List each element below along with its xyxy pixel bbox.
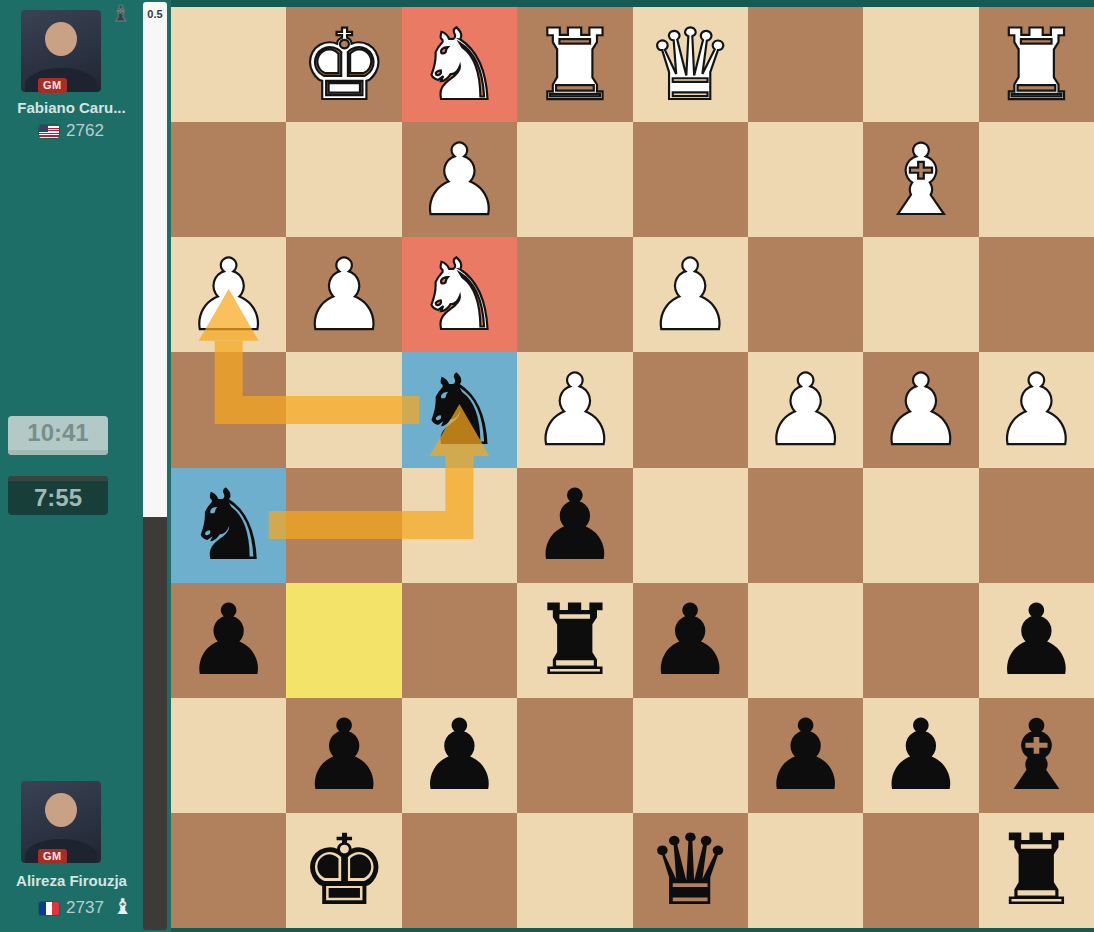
- square-h1[interactable]: [171, 7, 286, 122]
- black-pawn[interactable]: ♟︎: [877, 706, 965, 804]
- black-pawn[interactable]: ♟︎: [531, 476, 619, 574]
- bottom-player-rating: 2737: [66, 898, 104, 918]
- black-pawn[interactable]: ♟︎: [992, 591, 1080, 689]
- top-clock-progress-track: [8, 450, 108, 455]
- square-e4[interactable]: ♟︎: [517, 352, 632, 467]
- square-a5[interactable]: [979, 468, 1094, 583]
- bottom-clock-progress-track: [8, 476, 108, 481]
- white-pawn[interactable]: ♟︎: [300, 246, 388, 344]
- square-d1[interactable]: ♛: [633, 7, 748, 122]
- white-pawn[interactable]: ♟︎: [531, 361, 619, 459]
- square-e1[interactable]: ♜: [517, 7, 632, 122]
- square-d6[interactable]: ♟︎: [633, 583, 748, 698]
- chess-board[interactable]: ♚♞♜♛♜♟︎♝♟︎♟︎♞♟︎♞♟︎♟︎♟︎♟︎♞♟︎♟︎♜♟︎♟︎♟︎♟︎♟︎…: [171, 7, 1094, 928]
- square-a1[interactable]: ♜: [979, 7, 1094, 122]
- square-c2[interactable]: [748, 122, 863, 237]
- square-b7[interactable]: ♟︎: [863, 698, 978, 813]
- square-a4[interactable]: ♟︎: [979, 352, 1094, 467]
- square-d7[interactable]: [633, 698, 748, 813]
- top-clock-time: 10:41: [8, 416, 108, 450]
- black-pawn[interactable]: ♟︎: [646, 591, 734, 689]
- captured-white-bishop-icon: ♝: [113, 896, 133, 918]
- white-queen[interactable]: ♛: [646, 16, 734, 114]
- square-a6[interactable]: ♟︎: [979, 583, 1094, 698]
- square-c8[interactable]: [748, 813, 863, 928]
- white-rook[interactable]: ♜: [992, 16, 1080, 114]
- square-d8[interactable]: ♛: [633, 813, 748, 928]
- white-pawn[interactable]: ♟︎: [762, 361, 850, 459]
- square-c7[interactable]: ♟︎: [748, 698, 863, 813]
- square-d3[interactable]: ♟︎: [633, 237, 748, 352]
- square-f7[interactable]: ♟︎: [402, 698, 517, 813]
- square-e5[interactable]: ♟︎: [517, 468, 632, 583]
- square-a8[interactable]: ♜: [979, 813, 1094, 928]
- square-d4[interactable]: [633, 352, 748, 467]
- square-d5[interactable]: [633, 468, 748, 583]
- square-b1[interactable]: [863, 7, 978, 122]
- square-d2[interactable]: [633, 122, 748, 237]
- square-h2[interactable]: [171, 122, 286, 237]
- square-f5[interactable]: [402, 468, 517, 583]
- white-knight[interactable]: ♞: [416, 16, 504, 114]
- square-c5[interactable]: [748, 468, 863, 583]
- square-g2[interactable]: [286, 122, 401, 237]
- black-bishop[interactable]: ♝: [992, 706, 1080, 804]
- top-player-clock: 10:41: [8, 416, 108, 455]
- square-e6[interactable]: ♜: [517, 583, 632, 698]
- black-pawn[interactable]: ♟︎: [300, 706, 388, 804]
- black-knight[interactable]: ♞: [185, 476, 273, 574]
- bottom-player-clock: 7:55: [8, 476, 108, 515]
- square-f4[interactable]: ♞: [402, 352, 517, 467]
- white-pawn[interactable]: ♟︎: [877, 361, 965, 459]
- square-a7[interactable]: ♝: [979, 698, 1094, 813]
- top-player-name[interactable]: Fabiano Caru...: [0, 99, 143, 116]
- square-e2[interactable]: [517, 122, 632, 237]
- white-knight[interactable]: ♞: [416, 246, 504, 344]
- square-h5[interactable]: ♞: [171, 468, 286, 583]
- evaluation-bar: 0.5: [143, 2, 167, 930]
- white-pawn[interactable]: ♟︎: [185, 246, 273, 344]
- square-b3[interactable]: [863, 237, 978, 352]
- board-zone: ♚♞♜♛♜♟︎♝♟︎♟︎♞♟︎♞♟︎♟︎♟︎♟︎♞♟︎♟︎♜♟︎♟︎♟︎♟︎♟︎…: [171, 0, 1094, 932]
- square-h8[interactable]: [171, 813, 286, 928]
- bottom-clock-time: 7:55: [8, 476, 108, 515]
- avatar-silhouette: [45, 793, 77, 827]
- square-f8[interactable]: [402, 813, 517, 928]
- square-c3[interactable]: [748, 237, 863, 352]
- square-h3[interactable]: ♟︎: [171, 237, 286, 352]
- black-knight[interactable]: ♞: [416, 361, 504, 459]
- black-rook[interactable]: ♜: [531, 591, 619, 689]
- square-b4[interactable]: ♟︎: [863, 352, 978, 467]
- square-b8[interactable]: [863, 813, 978, 928]
- square-h7[interactable]: [171, 698, 286, 813]
- avatar-silhouette: [45, 22, 77, 56]
- black-pawn[interactable]: ♟︎: [185, 591, 273, 689]
- square-b6[interactable]: [863, 583, 978, 698]
- square-h6[interactable]: ♟︎: [171, 583, 286, 698]
- white-pawn[interactable]: ♟︎: [416, 131, 504, 229]
- square-g3[interactable]: ♟︎: [286, 237, 401, 352]
- bottom-player-name[interactable]: Alireza Firouzja: [0, 872, 143, 889]
- square-c1[interactable]: [748, 7, 863, 122]
- square-e8[interactable]: [517, 813, 632, 928]
- white-bishop[interactable]: ♝: [877, 131, 965, 229]
- square-g8[interactable]: ♚: [286, 813, 401, 928]
- square-a3[interactable]: [979, 237, 1094, 352]
- square-b5[interactable]: [863, 468, 978, 583]
- black-queen[interactable]: ♛: [646, 821, 734, 919]
- black-pawn[interactable]: ♟︎: [762, 706, 850, 804]
- black-king[interactable]: ♚: [300, 821, 388, 919]
- square-f3[interactable]: ♞: [402, 237, 517, 352]
- square-f1[interactable]: ♞: [402, 7, 517, 122]
- square-a2[interactable]: [979, 122, 1094, 237]
- top-player-rating-row: 2762: [0, 121, 143, 141]
- black-rook[interactable]: ♜: [992, 821, 1080, 919]
- square-b2[interactable]: ♝: [863, 122, 978, 237]
- square-e7[interactable]: [517, 698, 632, 813]
- square-g7[interactable]: ♟︎: [286, 698, 401, 813]
- white-rook[interactable]: ♜: [531, 16, 619, 114]
- france-flag-icon: [39, 902, 59, 915]
- square-c6[interactable]: [748, 583, 863, 698]
- top-player-rating: 2762: [66, 121, 104, 141]
- players-panel: GM Fabiano Caru... 2762 ♝ 10:41 7:55 GM …: [0, 0, 143, 932]
- square-c4[interactable]: ♟︎: [748, 352, 863, 467]
- square-g5[interactable]: [286, 468, 401, 583]
- gm-title-badge: GM: [38, 849, 67, 864]
- square-g1[interactable]: ♚: [286, 7, 401, 122]
- black-pawn[interactable]: ♟︎: [416, 706, 504, 804]
- captured-black-bishop-icon: ♝: [111, 3, 131, 25]
- square-f6[interactable]: [402, 583, 517, 698]
- evaluation-score: 0.5: [143, 8, 167, 20]
- white-king[interactable]: ♚: [300, 16, 388, 114]
- white-pawn[interactable]: ♟︎: [992, 361, 1080, 459]
- square-g6[interactable]: [286, 583, 401, 698]
- square-e3[interactable]: [517, 237, 632, 352]
- evaluation-bar-white-part: [143, 2, 167, 517]
- white-pawn[interactable]: ♟︎: [646, 246, 734, 344]
- usa-flag-icon: [39, 125, 59, 138]
- square-f2[interactable]: ♟︎: [402, 122, 517, 237]
- gm-title-badge: GM: [38, 78, 67, 93]
- square-g4[interactable]: [286, 352, 401, 467]
- square-h4[interactable]: [171, 352, 286, 467]
